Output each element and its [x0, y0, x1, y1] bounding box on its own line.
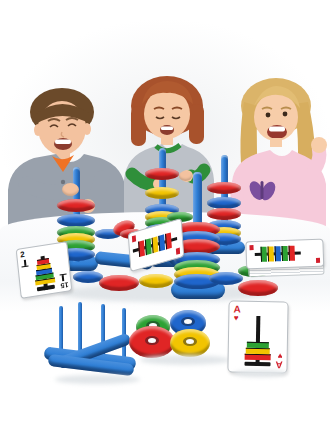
diagram-ring-red — [165, 232, 172, 249]
card-tower-diagram — [30, 250, 58, 292]
ring-yellow[interactable] — [145, 187, 179, 199]
girl-right-eye — [266, 113, 271, 118]
diagram-ring-red — [138, 240, 145, 257]
diagram-base — [37, 285, 55, 292]
card-value: 15 — [61, 281, 69, 289]
card-pip — [316, 258, 320, 263]
card-pip — [249, 245, 253, 250]
diagram-ring-yellow — [152, 236, 159, 253]
girl-middle-finger-on-ring — [179, 171, 192, 181]
ring-red[interactable] — [207, 208, 241, 220]
diagram-ring-yellow — [246, 348, 270, 354]
pattern-card-left[interactable]: 2 15 — [16, 241, 73, 299]
diagram-ring-red — [245, 354, 271, 360]
ring-blue[interactable] — [57, 214, 95, 227]
card-pip — [132, 235, 136, 242]
heart-suit-icon: ♥ — [234, 315, 239, 323]
stand-shadow — [55, 375, 140, 384]
product-photo-stage: 2 15 A ♥ A ♥ — [0, 0, 330, 440]
girl-right-fist — [311, 137, 327, 153]
loose-ring-red[interactable] — [238, 280, 278, 296]
ring-hole-inner — [186, 339, 194, 344]
ring-hole-inner — [148, 338, 156, 343]
diagram-ring-red — [289, 246, 296, 261]
card-rank: 2 — [20, 251, 25, 260]
diagram-ring-blue — [275, 246, 282, 261]
card-rank: A — [275, 359, 282, 369]
deck-top-card[interactable] — [245, 239, 324, 270]
ace-card-shadow — [233, 370, 288, 377]
diagram-ring-green — [261, 247, 268, 262]
girl-right-eye — [283, 112, 288, 117]
pattern-card-ace[interactable]: A ♥ A ♥ — [227, 300, 288, 373]
card-pip — [176, 248, 180, 255]
card-tower-diagram-sideways — [138, 232, 172, 257]
rings-shadow — [140, 355, 230, 365]
diagram-ring-yellow — [268, 246, 275, 261]
diagram-base — [244, 362, 270, 366]
card-tower-diagram-sideways — [261, 246, 296, 262]
diagram-ring-blue — [158, 234, 165, 251]
ring-hole-inner — [184, 319, 192, 324]
ring-red[interactable] — [57, 199, 95, 212]
loose-ring-red[interactable] — [99, 275, 139, 291]
boy-hand-on-rod — [62, 183, 79, 196]
ring-red[interactable] — [145, 168, 179, 180]
loose-ring-yellow[interactable] — [139, 274, 173, 288]
diagram-ring-green — [282, 246, 289, 261]
card-draw-pile[interactable] — [245, 239, 324, 282]
tower-icon — [60, 274, 68, 282]
heart-suit-icon: ♥ — [277, 351, 282, 359]
diagram-ring-green — [145, 238, 152, 255]
diagram-ring-green — [247, 342, 269, 348]
loose-ring-blue[interactable] — [209, 272, 243, 285]
card-tower-diagram — [242, 310, 273, 367]
ring-red[interactable] — [207, 182, 241, 194]
tower-icon — [21, 259, 29, 267]
girl-right-raised-arm — [314, 150, 319, 170]
